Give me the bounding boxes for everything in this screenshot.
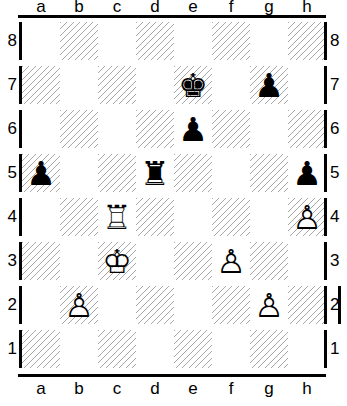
black-king-e7: ♚ — [174, 66, 212, 104]
square-b1 — [60, 330, 98, 368]
rank-label-right-8: 8 — [330, 22, 346, 60]
file-label-top-g: g — [250, 0, 288, 15]
piece-glyph: ♙ — [212, 242, 250, 280]
file-label-bottom-c: c — [98, 381, 136, 397]
rank-label-left-6: 6 — [1, 110, 17, 148]
left-border-bar-rank-8 — [19, 22, 22, 60]
square-a7 — [22, 66, 60, 104]
white-pawn-b2: ♟♙ — [60, 286, 98, 324]
square-b6 — [60, 110, 98, 148]
square-f4 — [212, 198, 250, 236]
piece-glyph: ♖ — [98, 198, 136, 236]
piece-glyph: ♙ — [60, 286, 98, 324]
square-g4 — [250, 198, 288, 236]
rank-label-right-7: 7 — [330, 66, 346, 104]
square-a6 — [22, 110, 60, 148]
rank-label-left-3: 3 — [1, 242, 17, 280]
square-e8 — [174, 22, 212, 60]
file-label-bottom-h: h — [288, 381, 326, 397]
rank-label-right-3: 3 — [330, 242, 346, 280]
file-label-top-e: e — [174, 0, 212, 15]
file-label-top-d: d — [136, 0, 174, 15]
square-g2: ♟♙ — [250, 286, 288, 324]
square-b2: ♟♙ — [60, 286, 98, 324]
square-f6 — [212, 110, 250, 148]
square-c8 — [98, 22, 136, 60]
square-c6 — [98, 110, 136, 148]
file-label-top-f: f — [212, 0, 250, 15]
square-g6 — [250, 110, 288, 148]
white-pawn-f3: ♟♙ — [212, 242, 250, 280]
black-pawn-a5: ♟ — [22, 154, 60, 192]
square-c3: ♚♔ — [98, 242, 136, 280]
square-d7 — [136, 66, 174, 104]
piece-glyph: ♙ — [250, 286, 288, 324]
square-f8 — [212, 22, 250, 60]
square-e1 — [174, 330, 212, 368]
left-border-bar-rank-5 — [19, 154, 22, 192]
piece-glyph: ♜ — [136, 154, 174, 192]
rank-label-right-4: 4 — [330, 198, 346, 236]
square-d5: ♜ — [136, 154, 174, 192]
square-g3 — [250, 242, 288, 280]
square-c2 — [98, 286, 136, 324]
right-border-bar-rank-3 — [324, 242, 327, 280]
square-h4: ♟♙ — [288, 198, 326, 236]
square-g1 — [250, 330, 288, 368]
square-g5 — [250, 154, 288, 192]
left-border-bar-rank-4 — [19, 198, 22, 236]
square-c1 — [98, 330, 136, 368]
left-border-bar-rank-2 — [19, 286, 22, 324]
file-label-top-b: b — [60, 0, 98, 15]
square-e2 — [174, 286, 212, 324]
square-f3: ♟♙ — [212, 242, 250, 280]
board-top-border — [18, 15, 326, 18]
square-a3 — [22, 242, 60, 280]
square-e7: ♚ — [174, 66, 212, 104]
piece-glyph: ♟ — [250, 66, 288, 104]
square-h5: ♟ — [288, 154, 326, 192]
square-h3 — [288, 242, 326, 280]
square-b8 — [60, 22, 98, 60]
piece-glyph: ♙ — [288, 198, 326, 236]
square-c7 — [98, 66, 136, 104]
rank-label-left-2: 2 — [1, 286, 17, 324]
square-a2 — [22, 286, 60, 324]
square-e5 — [174, 154, 212, 192]
piece-glyph: ♔ — [98, 242, 136, 280]
right-border-bar-rank-8 — [324, 22, 327, 60]
square-f7 — [212, 66, 250, 104]
square-d8 — [136, 22, 174, 60]
black-pawn-e6: ♟ — [174, 110, 212, 148]
square-f1 — [212, 330, 250, 368]
square-e3 — [174, 242, 212, 280]
right-border-bar-rank-2 — [324, 286, 327, 324]
square-e6: ♟ — [174, 110, 212, 148]
rank-label-right-5: 5 — [330, 154, 346, 192]
square-d3 — [136, 242, 174, 280]
square-h1 — [288, 330, 326, 368]
file-label-bottom-d: d — [136, 381, 174, 397]
square-g8 — [250, 22, 288, 60]
square-b3 — [60, 242, 98, 280]
file-label-bottom-a: a — [22, 381, 60, 397]
square-b5 — [60, 154, 98, 192]
chess-board: ♚♟♟♟♜♟♜♖♟♙♚♔♟♙♟♙♟♙ — [22, 22, 326, 368]
file-label-top-h: h — [288, 0, 326, 15]
board-bottom-border — [18, 374, 326, 377]
file-label-bottom-b: b — [60, 381, 98, 397]
piece-glyph: ♚ — [174, 66, 212, 104]
rank-label-left-1: 1 — [1, 330, 17, 368]
square-h2 — [288, 286, 326, 324]
file-label-bottom-f: f — [212, 381, 250, 397]
square-d2 — [136, 286, 174, 324]
square-d1 — [136, 330, 174, 368]
piece-glyph: ♟ — [22, 154, 60, 192]
square-g7: ♟ — [250, 66, 288, 104]
white-king-c3: ♚♔ — [98, 242, 136, 280]
piece-glyph: ♟ — [288, 154, 326, 192]
square-h6 — [288, 110, 326, 148]
file-label-bottom-e: e — [174, 381, 212, 397]
black-pawn-h5: ♟ — [288, 154, 326, 192]
square-f2 — [212, 286, 250, 324]
file-label-bottom-g: g — [250, 381, 288, 397]
right-border-bar-rank-4 — [324, 198, 327, 236]
square-d6 — [136, 110, 174, 148]
white-pawn-h4: ♟♙ — [288, 198, 326, 236]
black-pawn-g7: ♟ — [250, 66, 288, 104]
white-rook-c4: ♜♖ — [98, 198, 136, 236]
rank-label-left-8: 8 — [1, 22, 17, 60]
square-c5 — [98, 154, 136, 192]
square-e4 — [174, 198, 212, 236]
left-border-bar-rank-6 — [19, 110, 22, 148]
rank-label-left-4: 4 — [1, 198, 17, 236]
white-pawn-g2: ♟♙ — [250, 286, 288, 324]
right-border-bar-rank-7 — [324, 66, 327, 104]
chess-diagram: ♚♟♟♟♜♟♜♖♟♙♚♔♟♙♟♙♟♙ 8877665544332211aabbc… — [0, 0, 347, 406]
rank-label-right-6: 6 — [330, 110, 346, 148]
left-border-bar-rank-3 — [19, 242, 22, 280]
square-a4 — [22, 198, 60, 236]
square-a1 — [22, 330, 60, 368]
left-border-bar-rank-1 — [19, 330, 22, 368]
square-b7 — [60, 66, 98, 104]
right-border-bar-rank-5 — [324, 154, 327, 192]
rank-label-left-7: 7 — [1, 66, 17, 104]
file-label-top-c: c — [98, 0, 136, 15]
right-border-bar-rank-6 — [324, 110, 327, 148]
piece-glyph: ♟ — [174, 110, 212, 148]
square-a5: ♟ — [22, 154, 60, 192]
right-border-bar-rank-1 — [324, 330, 327, 368]
square-h8 — [288, 22, 326, 60]
left-border-bar-rank-7 — [19, 66, 22, 104]
rank-label-left-5: 5 — [1, 154, 17, 192]
square-b4 — [60, 198, 98, 236]
square-a8 — [22, 22, 60, 60]
side-to-move-indicator-bar — [338, 286, 341, 324]
rank-label-right-1: 1 — [330, 330, 346, 368]
square-c4: ♜♖ — [98, 198, 136, 236]
file-label-top-a: a — [22, 0, 60, 15]
black-rook-d5: ♜ — [136, 154, 174, 192]
square-d4 — [136, 198, 174, 236]
square-f5 — [212, 154, 250, 192]
square-h7 — [288, 66, 326, 104]
